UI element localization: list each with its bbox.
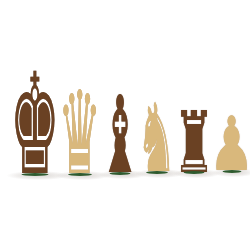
- chess-pieces-photo: ♚ ♛ ♝ ♞ ♜ ♟: [0, 0, 250, 250]
- queen-felt: [68, 173, 92, 176]
- king-felt: [22, 173, 49, 176]
- knight-felt: [146, 171, 168, 174]
- bishop-felt: [110, 172, 131, 175]
- rook-felt: [184, 171, 205, 174]
- pawn-felt: [223, 170, 242, 173]
